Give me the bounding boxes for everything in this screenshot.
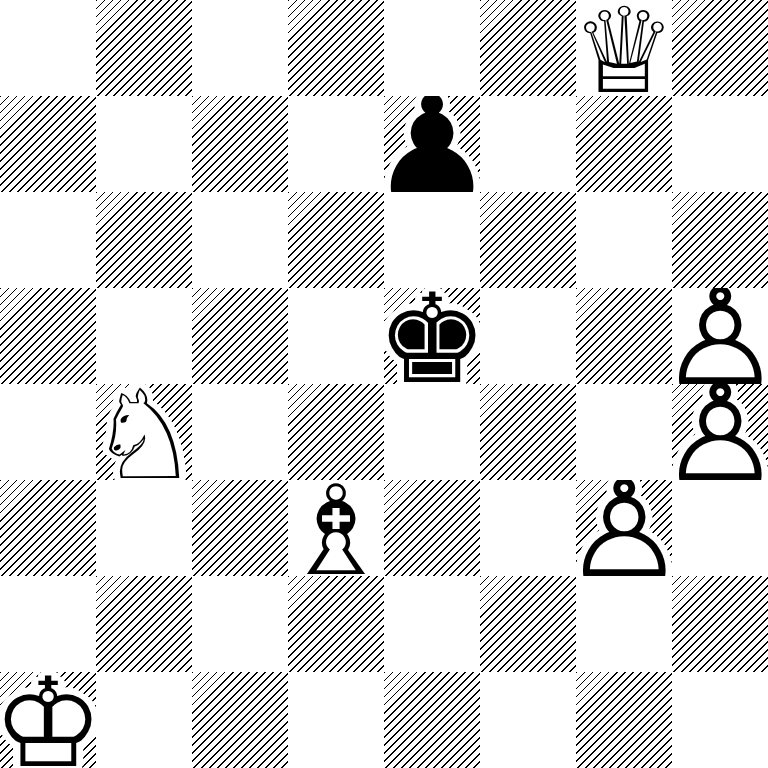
square-d6[interactable] xyxy=(288,192,384,288)
square-f2[interactable] xyxy=(480,576,576,672)
square-b4[interactable]: ♞♘ xyxy=(96,384,192,480)
piece-glyph: ♟ xyxy=(384,99,480,192)
square-g1[interactable] xyxy=(576,672,672,768)
white-pawn[interactable]: ♟♙ xyxy=(576,480,672,576)
square-h7[interactable] xyxy=(672,96,768,192)
square-c2[interactable] xyxy=(192,576,288,672)
white-pawn[interactable]: ♟♙ xyxy=(672,288,768,384)
square-a1[interactable]: ♚♔ xyxy=(0,672,96,768)
square-c5[interactable] xyxy=(192,288,288,384)
square-b7[interactable] xyxy=(96,96,192,192)
piece-glyph: ♚ xyxy=(384,291,480,384)
square-b8[interactable] xyxy=(96,0,192,96)
white-queen[interactable]: ♛♕ xyxy=(576,0,672,96)
square-d2[interactable] xyxy=(288,576,384,672)
square-f1[interactable] xyxy=(480,672,576,768)
square-c3[interactable] xyxy=(192,480,288,576)
square-g6[interactable] xyxy=(576,192,672,288)
square-g7[interactable] xyxy=(576,96,672,192)
square-a2[interactable] xyxy=(0,576,96,672)
square-d4[interactable] xyxy=(288,384,384,480)
square-b2[interactable] xyxy=(96,576,192,672)
chess-board: ♛♕♟♟♚♚♟♙♞♘♟♙♝♗♟♙♚♔ xyxy=(0,0,768,768)
square-c4[interactable] xyxy=(192,384,288,480)
square-c7[interactable] xyxy=(192,96,288,192)
square-a4[interactable] xyxy=(0,384,96,480)
piece-glyph: ♙ xyxy=(576,483,672,576)
square-a6[interactable] xyxy=(0,192,96,288)
square-h3[interactable] xyxy=(672,480,768,576)
square-b6[interactable] xyxy=(96,192,192,288)
square-d1[interactable] xyxy=(288,672,384,768)
square-f8[interactable] xyxy=(480,0,576,96)
square-f6[interactable] xyxy=(480,192,576,288)
square-a3[interactable] xyxy=(0,480,96,576)
square-g8[interactable]: ♛♕ xyxy=(576,0,672,96)
square-h4[interactable]: ♟♙ xyxy=(672,384,768,480)
square-h6[interactable] xyxy=(672,192,768,288)
piece-glyph: ♗ xyxy=(288,483,384,576)
white-knight[interactable]: ♞♘ xyxy=(96,384,192,480)
black-king[interactable]: ♚♚ xyxy=(384,288,480,384)
square-e8[interactable] xyxy=(384,0,480,96)
square-g3[interactable]: ♟♙ xyxy=(576,480,672,576)
square-h5[interactable]: ♟♙ xyxy=(672,288,768,384)
chess-diagram: ♛♕♟♟♚♚♟♙♞♘♟♙♝♗♟♙♚♔ xyxy=(0,0,768,768)
square-e2[interactable] xyxy=(384,576,480,672)
square-a7[interactable] xyxy=(0,96,96,192)
square-f5[interactable] xyxy=(480,288,576,384)
square-f7[interactable] xyxy=(480,96,576,192)
square-c8[interactable] xyxy=(192,0,288,96)
square-c1[interactable] xyxy=(192,672,288,768)
square-b3[interactable] xyxy=(96,480,192,576)
square-b5[interactable] xyxy=(96,288,192,384)
square-d5[interactable] xyxy=(288,288,384,384)
square-e3[interactable] xyxy=(384,480,480,576)
square-g4[interactable] xyxy=(576,384,672,480)
white-king[interactable]: ♚♔ xyxy=(0,672,96,768)
square-e6[interactable] xyxy=(384,192,480,288)
square-d7[interactable] xyxy=(288,96,384,192)
square-e1[interactable] xyxy=(384,672,480,768)
square-d3[interactable]: ♝♗ xyxy=(288,480,384,576)
square-d8[interactable] xyxy=(288,0,384,96)
piece-glyph: ♙ xyxy=(672,291,768,384)
piece-glyph: ♕ xyxy=(576,3,672,96)
square-e5[interactable]: ♚♚ xyxy=(384,288,480,384)
piece-glyph: ♔ xyxy=(0,675,96,768)
white-pawn[interactable]: ♟♙ xyxy=(672,384,768,480)
square-a8[interactable] xyxy=(0,0,96,96)
square-f4[interactable] xyxy=(480,384,576,480)
white-bishop[interactable]: ♝♗ xyxy=(288,480,384,576)
square-g2[interactable] xyxy=(576,576,672,672)
square-c6[interactable] xyxy=(192,192,288,288)
square-f3[interactable] xyxy=(480,480,576,576)
square-g5[interactable] xyxy=(576,288,672,384)
piece-glyph: ♘ xyxy=(96,387,192,480)
square-e4[interactable] xyxy=(384,384,480,480)
square-e7[interactable]: ♟♟ xyxy=(384,96,480,192)
square-h2[interactable] xyxy=(672,576,768,672)
square-a5[interactable] xyxy=(0,288,96,384)
square-b1[interactable] xyxy=(96,672,192,768)
piece-glyph: ♙ xyxy=(672,387,768,480)
black-pawn[interactable]: ♟♟ xyxy=(384,96,480,192)
square-h1[interactable] xyxy=(672,672,768,768)
square-h8[interactable] xyxy=(672,0,768,96)
